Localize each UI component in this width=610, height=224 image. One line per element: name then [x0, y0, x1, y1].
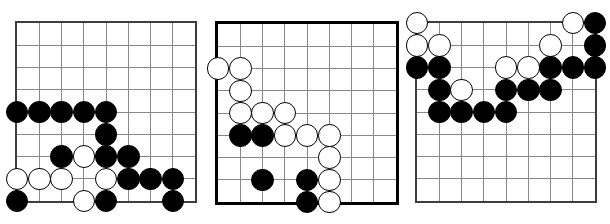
black-stone: ●	[117, 168, 140, 191]
black-stone: ●	[28, 101, 51, 124]
black-stone: ●	[450, 101, 473, 124]
white-stone: ○	[95, 168, 118, 191]
white-stone: ○	[517, 56, 540, 79]
white-stone: ○	[274, 124, 297, 147]
white-stone: ○	[296, 124, 319, 147]
black-stone: ●	[584, 34, 607, 57]
white-stone: ○	[539, 34, 562, 57]
white-stone: ○	[495, 56, 518, 79]
black-stone: ●	[428, 101, 451, 124]
go-board-right: ○○●○○○●●●○○●●●●○●●●●●●●	[415, 21, 597, 203]
black-stone: ●	[406, 56, 429, 79]
white-stone: ○	[562, 12, 585, 35]
black-stone: ●	[539, 79, 562, 102]
black-stone: ●	[162, 190, 185, 213]
black-stone: ●	[584, 56, 607, 79]
white-stone: ○	[229, 57, 252, 80]
black-stone: ●	[428, 79, 451, 102]
black-stone: ●	[139, 168, 162, 191]
black-stone: ●	[117, 145, 140, 168]
white-stone: ○	[450, 79, 473, 102]
white-stone: ○	[318, 169, 341, 192]
black-stone: ●	[296, 169, 319, 192]
black-stone: ●	[251, 124, 274, 147]
white-stone: ○	[251, 102, 274, 125]
black-stone: ●	[50, 101, 73, 124]
white-stone: ○	[406, 34, 429, 57]
black-stone: ●	[428, 56, 451, 79]
black-stone: ●	[6, 190, 29, 213]
black-stone: ●	[95, 145, 118, 168]
black-stone: ●	[517, 79, 540, 102]
white-stone: ○	[28, 168, 51, 191]
diagram-canvas: ●●●●●●●○●●○○○○●●●●○●● ○○○○○○●●○○○○●●○●○ …	[0, 0, 610, 224]
black-stone: ●	[229, 124, 252, 147]
white-stone: ○	[207, 57, 230, 80]
white-stone: ○	[73, 190, 96, 213]
black-stone: ●	[50, 145, 73, 168]
go-board-middle: ○○○○○○●●○○○○●●○●○	[215, 21, 399, 205]
white-stone: ○	[73, 145, 96, 168]
white-stone: ○	[6, 168, 29, 191]
stones-layer: ●●●●●●●○●●○○○○●●●●○●●	[17, 23, 195, 201]
black-stone: ●	[73, 101, 96, 124]
white-stone: ○	[229, 80, 252, 103]
black-stone: ●	[539, 56, 562, 79]
white-stone: ○	[50, 168, 73, 191]
white-stone: ○	[428, 34, 451, 57]
black-stone: ●	[95, 190, 118, 213]
black-stone: ●	[473, 101, 496, 124]
black-stone: ●	[6, 101, 29, 124]
white-stone: ○	[318, 191, 341, 214]
stones-layer: ○○○○○○●●○○○○●●○●○	[218, 24, 396, 202]
black-stone: ●	[495, 79, 518, 102]
white-stone: ○	[274, 102, 297, 125]
go-board-left: ●●●●●●●○●●○○○○●●●●○●●	[15, 21, 197, 203]
black-stone: ●	[95, 123, 118, 146]
white-stone: ○	[318, 124, 341, 147]
black-stone: ●	[562, 56, 585, 79]
black-stone: ●	[251, 169, 274, 192]
white-stone: ○	[318, 146, 341, 169]
black-stone: ●	[584, 12, 607, 35]
white-stone: ○	[406, 12, 429, 35]
black-stone: ●	[162, 168, 185, 191]
black-stone: ●	[495, 101, 518, 124]
black-stone: ●	[95, 101, 118, 124]
black-stone: ●	[296, 191, 319, 214]
stones-layer: ○○●○○○●●●○○●●●●○●●●●●●●	[417, 23, 595, 201]
white-stone: ○	[229, 102, 252, 125]
